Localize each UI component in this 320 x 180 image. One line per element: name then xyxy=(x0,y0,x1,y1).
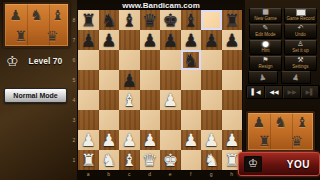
piece-black-bishop[interactable]: ♝ xyxy=(122,10,137,30)
piece-white-king[interactable]: ♚ xyxy=(163,150,178,170)
square-c5[interactable]: ♟ xyxy=(119,70,140,90)
piece-back-arrow-icon: ♟ xyxy=(258,71,268,84)
you-label: YOU xyxy=(287,159,310,170)
square-f7[interactable]: ♟ xyxy=(181,30,202,50)
square-b2[interactable]: ♟ xyxy=(99,130,120,150)
game-record-icon xyxy=(296,9,306,16)
square-a7[interactable]: ♟ xyxy=(78,30,99,50)
square-f3[interactable] xyxy=(181,110,202,130)
piece-white-rook[interactable]: ♜ xyxy=(81,150,96,170)
square-c4[interactable]: ♝ xyxy=(119,90,140,110)
menu-button-label: New Game xyxy=(254,16,277,22)
you-captured-tray: ♟♞♝♜♛ xyxy=(246,111,315,152)
queen-silhouette-icon: ♛ xyxy=(290,134,303,148)
rank-label-5: 5 xyxy=(71,70,77,90)
piece-white-pawn[interactable]: ♟ xyxy=(101,130,116,150)
square-f5[interactable] xyxy=(181,70,202,90)
bishop-silhouette-icon: ♝ xyxy=(296,115,309,129)
set-it-up-button[interactable]: ♙Set it up xyxy=(284,40,317,55)
square-e3[interactable] xyxy=(160,110,181,130)
menu-button-label: Hint xyxy=(261,48,269,54)
white-king-icon: ♔ xyxy=(248,158,258,170)
square-c3[interactable] xyxy=(119,110,140,130)
piece-black-pawn[interactable]: ♟ xyxy=(204,30,219,50)
rook-silhouette-icon: ♜ xyxy=(14,29,27,43)
square-b1[interactable]: ♞ xyxy=(99,150,120,170)
piece-black-pawn[interactable]: ♟ xyxy=(81,30,96,50)
chess-app-window: ♟♞♝♜♛ ♔ Level 70 Normal Mode ♜♞♝♛♚♝♜♟♟♟♟… xyxy=(0,0,320,180)
piece-black-pawn[interactable]: ♟ xyxy=(142,30,157,50)
piece-white-pawn[interactable]: ♟ xyxy=(183,130,198,150)
piece-black-pawn[interactable]: ♟ xyxy=(163,30,178,50)
tray-row: ♜♛ xyxy=(5,25,68,46)
file-label-g: g xyxy=(201,170,222,178)
piece-white-pawn[interactable]: ♟ xyxy=(163,90,178,110)
square-d2[interactable]: ♟ xyxy=(140,130,161,150)
piece-black-knight[interactable]: ♞ xyxy=(183,50,198,70)
resign-icon: ⚑ xyxy=(262,56,268,64)
square-f8[interactable]: ♝ xyxy=(181,10,202,30)
file-label-a: a xyxy=(78,170,99,178)
piece-black-queen[interactable]: ♛ xyxy=(142,10,157,30)
square-f1[interactable] xyxy=(181,150,202,170)
queen-silhouette-icon: ♛ xyxy=(46,29,59,43)
rank-label-8: 8 xyxy=(71,10,77,30)
square-e8[interactable]: ♚ xyxy=(160,10,181,30)
square-h3[interactable] xyxy=(222,110,243,130)
square-c2[interactable]: ♟ xyxy=(119,130,140,150)
piece-white-pawn[interactable]: ♟ xyxy=(224,130,239,150)
settings-icon: ⚒ xyxy=(297,56,303,64)
file-label-f: f xyxy=(181,170,202,178)
square-c8[interactable]: ♝ xyxy=(119,10,140,30)
king-crown-icon: ♔ xyxy=(6,53,19,69)
square-b4[interactable] xyxy=(99,90,120,110)
tray-row: ♜♛ xyxy=(248,132,313,151)
new-game-icon: ▦ xyxy=(262,8,269,16)
square-b7[interactable]: ♟ xyxy=(99,30,120,50)
level-indicator: ♔ Level 70 xyxy=(6,52,74,70)
fast-forward-button[interactable]: ▶▶ xyxy=(283,86,301,98)
square-d3[interactable] xyxy=(140,110,161,130)
square-g6[interactable] xyxy=(201,50,222,70)
edit-mode-button[interactable]: ✎Edit Mode xyxy=(249,24,282,39)
square-d6[interactable] xyxy=(140,50,161,70)
square-a5[interactable] xyxy=(78,70,99,90)
pawn-silhouette-icon: ♟ xyxy=(9,8,22,22)
square-e2[interactable] xyxy=(160,130,181,150)
setup-icon: ♙ xyxy=(297,40,303,48)
rook-silhouette-icon: ♜ xyxy=(258,134,271,148)
square-d7[interactable]: ♟ xyxy=(140,30,161,50)
square-d4[interactable] xyxy=(140,90,161,110)
menu-button-label: Edit Mode xyxy=(255,32,275,38)
square-c6[interactable] xyxy=(119,50,140,70)
square-b6[interactable] xyxy=(99,50,120,70)
edit-mode-icon: ✎ xyxy=(263,24,269,32)
square-a1[interactable]: ♜ xyxy=(78,150,99,170)
undo-icon: ↶ xyxy=(298,24,304,32)
resign-button[interactable]: ⚑Resign xyxy=(249,56,282,71)
you-crown-badge: ♔ xyxy=(244,156,262,172)
piece-black-bishop[interactable]: ♝ xyxy=(183,10,198,30)
piece-white-knight[interactable]: ♞ xyxy=(204,150,219,170)
level-label: Level 70 xyxy=(29,56,63,66)
square-b5[interactable] xyxy=(99,70,120,90)
new-game-button[interactable]: ▦New Game xyxy=(249,8,282,23)
piece-forward-arrow-icon: ♟ xyxy=(291,71,301,84)
piece-white-pawn[interactable]: ♟ xyxy=(81,130,96,150)
square-g5[interactable] xyxy=(201,70,222,90)
playback-controls: ▌◀◀◀▶▶▶▌ xyxy=(246,85,320,99)
menu-button-label: Resign xyxy=(258,64,272,70)
pawn-silhouette-icon: ♟ xyxy=(253,115,266,129)
chess-board: ♜♞♝♛♚♝♜♟♟♟♟♟♟♟♞♟♝♟♟♟♟♟♟♟♟♜♞♝♛♚♞♜ xyxy=(78,10,242,170)
settings-button[interactable]: ⚒Settings xyxy=(284,56,317,71)
square-e1[interactable]: ♚ xyxy=(160,150,181,170)
piece-white-pawn[interactable]: ♟ xyxy=(142,130,157,150)
rank-label-2: 2 xyxy=(71,130,77,150)
tray-row: ♟♞♝ xyxy=(5,4,68,25)
square-g4[interactable] xyxy=(201,90,222,110)
square-a3[interactable] xyxy=(78,110,99,130)
square-e4[interactable]: ♟ xyxy=(160,90,181,110)
piece-white-bishop[interactable]: ♝ xyxy=(122,150,137,170)
bishop-silhouette-icon: ♝ xyxy=(51,8,64,22)
square-b8[interactable]: ♞ xyxy=(99,10,120,30)
square-h5[interactable] xyxy=(222,70,243,90)
file-labels: abcdefgh xyxy=(78,170,242,178)
rank-label-1: 1 xyxy=(71,150,77,170)
rank-label-6: 6 xyxy=(71,50,77,70)
knight-silhouette-icon: ♞ xyxy=(274,115,287,129)
hint-button[interactable]: ●Hint xyxy=(249,40,282,55)
skip-to-start-button[interactable]: ▌◀ xyxy=(247,86,265,98)
fast-rewind-button[interactable]: ◀◀ xyxy=(265,86,283,98)
cpu-captured-tray: ♟♞♝♜♛ xyxy=(3,2,70,48)
turn-banner: ♔ YOU xyxy=(238,152,320,176)
square-d8[interactable]: ♛ xyxy=(140,10,161,30)
square-h7[interactable]: ♟ xyxy=(222,30,243,50)
menu-button-label: Game Record xyxy=(286,16,314,22)
bandicam-watermark: www.Bandicam.com xyxy=(77,1,245,10)
piece-black-pawn[interactable]: ♟ xyxy=(101,30,116,50)
hint-icon: ● xyxy=(262,40,268,48)
square-h2[interactable]: ♟ xyxy=(222,130,243,150)
square-e7[interactable]: ♟ xyxy=(160,30,181,50)
piece-white-pawn[interactable]: ♟ xyxy=(204,130,219,150)
piece-black-pawn[interactable]: ♟ xyxy=(224,30,239,50)
file-label-b: b xyxy=(99,170,120,178)
piece-white-bishop[interactable]: ♝ xyxy=(122,90,137,110)
left-panel: ♟♞♝♜♛ ♔ Level 70 Normal Mode xyxy=(0,0,77,180)
skip-to-end-button[interactable]: ▶▌ xyxy=(301,86,319,98)
square-c7[interactable] xyxy=(119,30,140,50)
normal-mode-button[interactable]: Normal Mode xyxy=(4,88,67,103)
square-b3[interactable] xyxy=(99,110,120,130)
square-a4[interactable] xyxy=(78,90,99,110)
square-e5[interactable] xyxy=(160,70,181,90)
square-a8[interactable]: ♜ xyxy=(78,10,99,30)
square-e6[interactable] xyxy=(160,50,181,70)
rank-labels: 87654321 xyxy=(71,10,77,170)
prev-move-piece-button[interactable]: ♟ xyxy=(248,71,278,84)
undo-button[interactable]: ↶Undo xyxy=(284,24,317,39)
square-a2[interactable]: ♟ xyxy=(78,130,99,150)
tray-row: ♟♞♝ xyxy=(248,113,313,132)
piece-black-rook[interactable]: ♜ xyxy=(81,10,96,30)
menu-button-label: Set it up xyxy=(292,48,309,54)
square-h8[interactable]: ♜ xyxy=(222,10,243,30)
square-f4[interactable] xyxy=(181,90,202,110)
piece-black-knight[interactable]: ♞ xyxy=(101,10,116,30)
game-record-button[interactable]: Game Record xyxy=(284,8,317,23)
knight-silhouette-icon: ♞ xyxy=(30,8,43,22)
piece-white-queen[interactable]: ♛ xyxy=(142,150,157,170)
rank-label-4: 4 xyxy=(71,90,77,110)
square-g2[interactable]: ♟ xyxy=(201,130,222,150)
rank-label-3: 3 xyxy=(71,110,77,130)
piece-black-king[interactable]: ♚ xyxy=(163,10,178,30)
file-label-c: c xyxy=(119,170,140,178)
square-c1[interactable]: ♝ xyxy=(119,150,140,170)
rank-label-7: 7 xyxy=(71,30,77,50)
square-a6[interactable] xyxy=(78,50,99,70)
menu-button-label: Settings xyxy=(292,64,308,70)
square-g3[interactable] xyxy=(201,110,222,130)
next-move-piece-button[interactable]: ♟ xyxy=(281,71,311,84)
square-d5[interactable] xyxy=(140,70,161,90)
file-label-e: e xyxy=(160,170,181,178)
piece-black-pawn[interactable]: ♟ xyxy=(183,30,198,50)
piece-black-pawn[interactable]: ♟ xyxy=(122,70,137,90)
square-h6[interactable] xyxy=(222,50,243,70)
file-label-d: d xyxy=(140,170,161,178)
piece-white-knight[interactable]: ♞ xyxy=(101,150,116,170)
piece-black-rook[interactable]: ♜ xyxy=(224,10,239,30)
menu-button-label: Undo xyxy=(295,32,306,38)
square-d1[interactable]: ♛ xyxy=(140,150,161,170)
square-g8[interactable] xyxy=(201,10,222,30)
square-g1[interactable]: ♞ xyxy=(201,150,222,170)
square-h4[interactable] xyxy=(222,90,243,110)
square-f2[interactable]: ♟ xyxy=(181,130,202,150)
piece-white-pawn[interactable]: ♟ xyxy=(122,130,137,150)
square-f6[interactable]: ♞ xyxy=(181,50,202,70)
square-g7[interactable]: ♟ xyxy=(201,30,222,50)
